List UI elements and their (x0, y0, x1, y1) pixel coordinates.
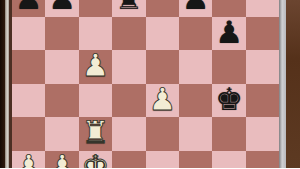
square-r4c6[interactable] (212, 117, 245, 151)
white-king[interactable]: ♚ (82, 151, 110, 168)
square-r5c2[interactable]: ♚ (79, 151, 112, 169)
square-r5c7[interactable] (246, 151, 279, 169)
square-r5c6[interactable] (212, 151, 245, 169)
square-r2c1[interactable] (45, 50, 78, 84)
square-r4c0[interactable] (12, 117, 45, 151)
square-r5c1[interactable]: ♟ (45, 151, 78, 169)
square-r2c0[interactable] (12, 50, 45, 84)
square-r1c6[interactable]: ♟ (212, 17, 245, 51)
black-rook[interactable]: ♜ (115, 0, 143, 14)
square-r4c1[interactable] (45, 117, 78, 151)
square-r1c3[interactable] (112, 17, 145, 51)
square-r4c5[interactable] (179, 117, 212, 151)
square-r1c4[interactable] (146, 17, 179, 51)
square-r0c5[interactable]: ♟ (179, 0, 212, 17)
right-frame-highlight (279, 0, 286, 168)
square-r3c4[interactable]: ♟ (146, 84, 179, 118)
square-r1c2[interactable] (79, 17, 112, 51)
square-r4c2[interactable]: ♜ (79, 117, 112, 151)
square-r2c2[interactable]: ♟ (79, 50, 112, 84)
square-r2c4[interactable] (146, 50, 179, 84)
square-r3c0[interactable] (12, 84, 45, 118)
white-pawn[interactable]: ♟ (48, 151, 76, 168)
square-r3c2[interactable] (79, 84, 112, 118)
square-r3c3[interactable] (112, 84, 145, 118)
square-r0c1[interactable]: ♟ (45, 0, 78, 17)
black-pawn[interactable]: ♟ (182, 0, 210, 14)
square-r1c7[interactable] (246, 17, 279, 51)
left-board-border (9, 0, 12, 168)
square-r1c1[interactable] (45, 17, 78, 51)
black-king[interactable]: ♚ (215, 84, 243, 115)
square-r0c0[interactable]: ♟ (12, 0, 45, 17)
square-r0c2[interactable] (79, 0, 112, 17)
square-r5c3[interactable] (112, 151, 145, 169)
square-r4c3[interactable] (112, 117, 145, 151)
square-r2c3[interactable] (112, 50, 145, 84)
white-rook[interactable]: ♜ (82, 117, 110, 148)
square-r5c4[interactable] (146, 151, 179, 169)
black-pawn[interactable]: ♟ (15, 0, 43, 14)
square-r0c4[interactable] (146, 0, 179, 17)
square-r4c7[interactable] (246, 117, 279, 151)
square-r2c6[interactable] (212, 50, 245, 84)
square-r1c0[interactable] (12, 17, 45, 51)
square-r3c6[interactable]: ♚ (212, 84, 245, 118)
square-r5c5[interactable] (179, 151, 212, 169)
square-r2c5[interactable] (179, 50, 212, 84)
white-pawn[interactable]: ♟ (15, 151, 43, 168)
black-pawn[interactable]: ♟ (215, 17, 243, 48)
square-r1c5[interactable] (179, 17, 212, 51)
chess-video-frame: ♟♟♜♟♟♟♟♚♜♟♟♚ (0, 0, 300, 168)
square-r3c7[interactable] (246, 84, 279, 118)
square-r4c4[interactable] (146, 117, 179, 151)
white-pawn[interactable]: ♟ (82, 50, 110, 81)
white-pawn[interactable]: ♟ (148, 84, 176, 115)
square-r3c1[interactable] (45, 84, 78, 118)
square-r3c5[interactable] (179, 84, 212, 118)
square-r5c0[interactable]: ♟ (12, 151, 45, 169)
square-r0c3[interactable]: ♜ (112, 0, 145, 17)
black-pawn[interactable]: ♟ (48, 0, 76, 14)
square-r2c7[interactable] (246, 50, 279, 84)
square-r0c7[interactable] (246, 0, 279, 17)
board: ♟♟♜♟♟♟♟♚♜♟♟♚ (12, 0, 279, 168)
right-background (286, 0, 300, 168)
